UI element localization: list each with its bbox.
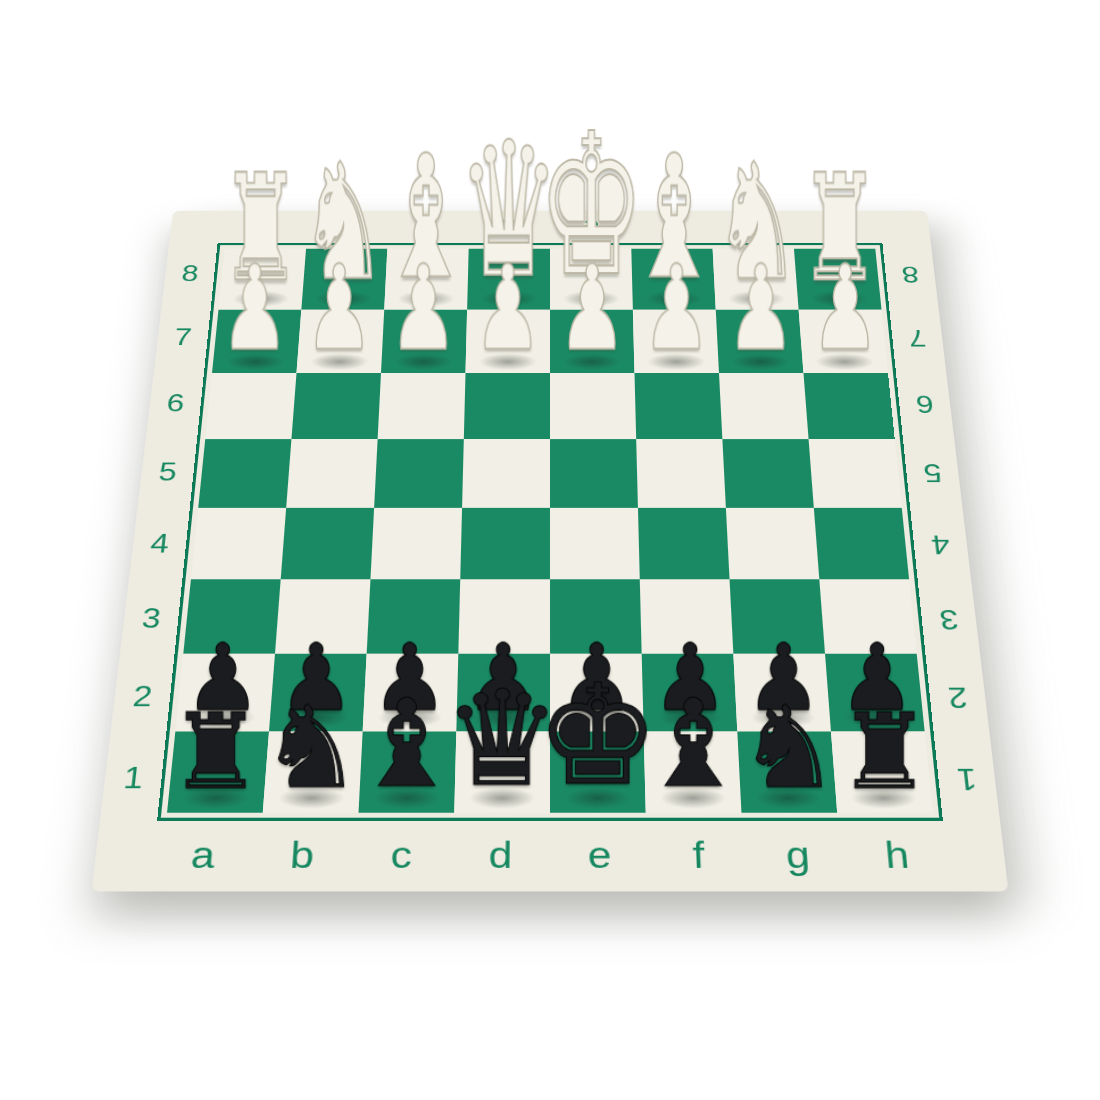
square-e6[interactable] [550,373,636,439]
square-f6[interactable] [635,373,723,439]
square-d4[interactable] [460,508,550,579]
square-c5[interactable] [374,439,464,508]
rank-label-left-6: 6 [146,370,204,437]
square-a5[interactable] [198,439,291,508]
file-label-bottom-b: b [250,821,354,892]
file-label-bottom-g: g [746,821,850,892]
square-d5[interactable] [462,439,550,508]
square-b4[interactable] [281,508,374,579]
file-label-top-e: e [550,211,633,243]
square-h7[interactable]: ♟ [799,310,888,373]
file-label-bottom-d: d [450,821,550,892]
file-label-top-c: c [384,211,468,243]
file-label-top-g: g [715,211,800,243]
file-labels-top: abcdefgh [218,211,883,243]
black-rook[interactable]: ♜ [814,700,955,805]
file-label-bottom-a: a [150,821,256,892]
square-e5[interactable] [550,439,638,508]
rank-label-right-4: 4 [910,508,971,581]
square-f4[interactable] [638,508,730,579]
file-label-bottom-h: h [845,821,951,892]
rank-label-left-4: 4 [129,508,190,581]
file-label-top-h: h [797,211,883,243]
square-e4[interactable] [550,508,640,579]
square-b6[interactable] [291,373,381,439]
file-label-bottom-e: e [550,821,650,892]
file-label-top-f: f [632,211,716,243]
square-h6[interactable] [804,373,895,439]
rank-label-left-5: 5 [138,438,198,508]
product-photo: abcdefgh abcdefgh 87654321 87654321 ♜♞♝♛… [0,0,1100,1100]
square-g5[interactable] [722,439,813,508]
square-a4[interactable] [191,508,286,579]
file-label-top-b: b [301,211,386,243]
square-g4[interactable] [726,508,819,579]
square-b5[interactable] [286,439,377,508]
perspective-wrapper: abcdefgh abcdefgh 87654321 87654321 ♜♞♝♛… [156,116,944,920]
square-d6[interactable] [464,373,550,439]
chess-mat: abcdefgh abcdefgh 87654321 87654321 ♜♞♝♛… [92,211,1009,892]
rank-label-right-6: 6 [896,370,954,437]
chessboard: ♜♞♝♛♚♝♞♜♟♟♟♟♟♟♟♟♟♟♟♟♟♟♟♟♜♞♝♛♚♝♞♜ [157,243,943,821]
square-c6[interactable] [378,373,466,439]
square-h1[interactable]: ♜ [831,732,933,813]
board-stage: abcdefgh abcdefgh 87654321 87654321 ♜♞♝♛… [156,116,944,920]
square-c4[interactable] [370,508,462,579]
square-g6[interactable] [719,373,809,439]
square-h5[interactable] [809,439,902,508]
rank-label-right-7: 7 [889,305,946,370]
rank-label-right-5: 5 [903,438,963,508]
file-label-bottom-c: c [350,821,452,892]
square-f5[interactable] [636,439,726,508]
rank-label-right-8: 8 [882,243,938,305]
file-label-bottom-f: f [648,821,750,892]
square-a6[interactable] [205,373,296,439]
file-label-top-a: a [218,211,304,243]
file-labels-bottom: abcdefgh [150,821,951,892]
file-label-top-d: d [467,211,550,243]
square-h4[interactable] [814,508,909,579]
